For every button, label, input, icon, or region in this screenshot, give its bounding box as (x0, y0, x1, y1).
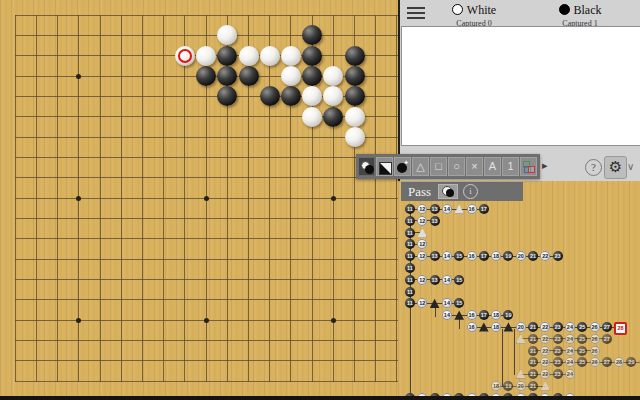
go-board[interactable] (0, 0, 398, 396)
white-stone[interactable] (260, 46, 280, 66)
tree-node[interactable]: 12 (417, 275, 427, 285)
tree-node[interactable]: 11 (405, 251, 415, 261)
mark-cross-tool-button[interactable]: × (466, 157, 483, 176)
tree-node[interactable]: 13 (430, 204, 440, 214)
tree-node[interactable]: 18 (491, 310, 501, 320)
tree-node[interactable]: 21 (528, 334, 538, 344)
tree-node[interactable]: 17 (479, 251, 489, 261)
label-number-tool-button[interactable]: 1 (502, 157, 519, 176)
tree-node[interactable]: 11 (405, 204, 415, 214)
tree-node[interactable]: 21 (528, 251, 538, 261)
tree-node[interactable]: 24 (565, 346, 575, 356)
tree-node[interactable]: 22 (540, 346, 550, 356)
tree-node[interactable]: 14 (442, 298, 452, 308)
tree-node[interactable]: 23 (553, 251, 563, 261)
tree-node[interactable]: 21 (528, 357, 538, 367)
tree-node[interactable]: 15 (454, 251, 464, 261)
pass-button[interactable]: Pass (401, 184, 438, 200)
tree-node[interactable]: 24 (565, 357, 575, 367)
white-stone[interactable] (281, 46, 301, 66)
grid-line (15, 157, 398, 158)
mark-circle-tool-button[interactable]: ○ (448, 157, 465, 176)
white-stone[interactable] (323, 66, 343, 86)
grid-line (100, 15, 101, 382)
star-point (204, 318, 209, 323)
tree-node[interactable]: 11 (405, 216, 415, 226)
tree-connector (514, 329, 515, 375)
white-player-name: White (467, 3, 496, 17)
split-square-icon (379, 162, 392, 175)
grid-line (15, 299, 398, 300)
tree-node[interactable]: 20 (516, 251, 526, 261)
variant-style-tool-button[interactable] (520, 157, 537, 176)
tree-node[interactable]: 16 (467, 251, 477, 261)
white-player-info: White Captured 0 (424, 3, 524, 28)
black-stone[interactable] (196, 66, 216, 86)
black-stone-icon (559, 4, 570, 15)
black-stone[interactable] (302, 66, 322, 86)
tree-node[interactable]: 23 (553, 369, 563, 379)
tree-node[interactable]: 18 (491, 381, 501, 391)
tree-node[interactable]: 17 (479, 310, 489, 320)
white-stone[interactable] (281, 66, 301, 86)
white-stone[interactable] (345, 107, 365, 127)
star-point (331, 318, 336, 323)
grid-line (15, 238, 398, 239)
star-point (204, 196, 209, 201)
play-stones-tool-button[interactable] (358, 157, 375, 176)
star-point (76, 318, 81, 323)
go-editor-app: White Captured 0 Black Captured 1 Pass i… (0, 0, 640, 400)
white-stone[interactable] (239, 46, 259, 66)
grid-line (15, 360, 398, 361)
tree-node[interactable]: 22 (540, 251, 550, 261)
tree-node[interactable]: 18 (491, 251, 501, 261)
tree-node[interactable]: 25 (577, 322, 587, 332)
tree-node[interactable]: 14 (442, 204, 452, 214)
tree-node[interactable]: 15 (454, 298, 464, 308)
tree-node[interactable]: 26 (590, 346, 600, 356)
grid-line (15, 340, 398, 341)
tree-node[interactable]: 19 (503, 381, 513, 391)
star-point (76, 196, 81, 201)
grid-line (57, 15, 58, 382)
tree-node[interactable]: 21 (528, 369, 538, 379)
tree-node[interactable]: 20 (516, 381, 526, 391)
label-letter-tool-button[interactable]: A (484, 157, 501, 176)
black-stone[interactable] (345, 46, 365, 66)
tree-node[interactable]: 19 (503, 310, 513, 320)
black-stone[interactable] (281, 86, 301, 106)
sparkle-icon: ✦ (403, 159, 409, 166)
tree-node[interactable]: 13 (430, 275, 440, 285)
tree-node[interactable]: 16 (467, 310, 477, 320)
tree-node[interactable]: 22 (540, 334, 550, 344)
tree-node[interactable]: 23 (553, 346, 563, 356)
tree-node[interactable]: 13 (430, 216, 440, 226)
tree-node[interactable]: 25 (577, 334, 587, 344)
black-stone[interactable] (217, 46, 237, 66)
tree-node[interactable]: 11 (405, 263, 415, 273)
grid-line (121, 15, 122, 382)
tree-node[interactable]: 24 (565, 334, 575, 344)
tree-node[interactable]: 26 (590, 357, 600, 367)
black-player-info: Black Captured 1 (530, 3, 630, 28)
tree-node[interactable]: 28 (614, 357, 624, 367)
gear-icon[interactable]: ⚙ (604, 156, 627, 179)
white-stone[interactable] (323, 86, 343, 106)
game-info-icon[interactable]: i (463, 184, 478, 199)
tree-node-current[interactable]: 28 (614, 322, 627, 335)
white-stone[interactable] (217, 25, 237, 45)
tree-node[interactable]: 16 (467, 322, 477, 332)
tree-node[interactable]: 14 (442, 310, 452, 320)
grid-line (163, 15, 164, 382)
grid-line (15, 177, 398, 178)
grid-line (15, 259, 398, 260)
pass-bar: Pass i (401, 182, 523, 201)
tree-node[interactable]: 11 (405, 228, 415, 238)
tree-node[interactable]: 21 (528, 346, 538, 356)
white-stone[interactable] (302, 86, 322, 106)
tree-node[interactable]: 24 (565, 322, 575, 332)
tree-node[interactable]: 11 (405, 275, 415, 285)
white-stone[interactable] (196, 46, 216, 66)
tree-node[interactable]: 27 (602, 357, 612, 367)
comment-box[interactable] (401, 26, 640, 146)
black-stone[interactable] (239, 66, 259, 86)
grid-line (15, 279, 398, 280)
white-stone[interactable] (345, 127, 365, 147)
tree-connector (502, 329, 503, 387)
grid-line (15, 218, 398, 219)
grid-line (269, 15, 270, 382)
tree-node[interactable]: 14 (442, 251, 452, 261)
tree-node[interactable]: 17 (479, 204, 489, 214)
star-point (331, 196, 336, 201)
tree-node[interactable]: 23 (553, 322, 563, 332)
tree-node[interactable]: 27 (602, 334, 612, 344)
tree-node[interactable]: 11 (405, 287, 415, 297)
palette-expand-arrow-icon[interactable]: ▸ (542, 159, 548, 172)
window-bottom-bar (0, 396, 640, 400)
tree-node[interactable]: 22 (540, 322, 550, 332)
mark-square-tool-button[interactable]: □ (430, 157, 447, 176)
black-stone[interactable] (217, 66, 237, 86)
tree-node[interactable]: 18 (491, 322, 501, 332)
chevron-down-icon[interactable]: ∨ (627, 161, 634, 172)
black-player-name: Black (574, 3, 602, 17)
tree-node[interactable]: 11 (405, 298, 415, 308)
tree-node[interactable]: 26 (590, 322, 600, 332)
black-stone[interactable] (345, 86, 365, 106)
menu-icon[interactable] (407, 7, 425, 20)
turn-indicator-button[interactable] (438, 184, 458, 199)
mark-triangle-tool-button[interactable]: △ (412, 157, 429, 176)
black-stone[interactable] (260, 86, 280, 106)
white-stone-icon (452, 4, 463, 15)
tree-node[interactable]: 23 (553, 334, 563, 344)
tree-node[interactable]: 14 (442, 275, 452, 285)
grid-line (15, 15, 398, 16)
tree-node[interactable]: 29 (626, 357, 636, 367)
tree-node[interactable]: 19 (503, 251, 513, 261)
tree-node[interactable]: 22 (540, 357, 550, 367)
tree-node[interactable]: 23 (553, 357, 563, 367)
black-stone[interactable] (217, 86, 237, 106)
grid-line (375, 15, 376, 382)
black-stone[interactable] (302, 46, 322, 66)
tree-node[interactable]: 12 (417, 251, 427, 261)
tree-node[interactable]: 24 (565, 369, 575, 379)
tree-node[interactable]: 27 (602, 322, 612, 332)
alternate-tool-button[interactable] (376, 157, 393, 176)
grid-line (184, 15, 185, 382)
tree-node[interactable]: 11 (405, 239, 415, 249)
tree-node[interactable]: 12 (417, 239, 427, 249)
black-stone[interactable] (323, 107, 343, 127)
grid-line (15, 381, 398, 382)
tree-node[interactable]: 12 (417, 298, 427, 308)
black-stone-icon (446, 189, 454, 197)
grid-line (142, 15, 143, 382)
game-tree[interactable]: 1112131416171112131111121112131415161718… (398, 181, 640, 396)
grid-line (15, 35, 398, 36)
black-stone[interactable] (345, 66, 365, 86)
star-point (76, 74, 81, 79)
grid-line (15, 137, 398, 138)
white-stone[interactable] (302, 107, 322, 127)
tree-node[interactable]: 12 (417, 216, 427, 226)
tree-node[interactable]: 26 (590, 334, 600, 344)
setup-stone-tool-button[interactable]: ✦ (394, 157, 411, 176)
tree-node[interactable]: 22 (540, 369, 550, 379)
grid-line (15, 15, 16, 382)
help-icon[interactable]: ? (585, 159, 602, 176)
black-stone[interactable] (302, 25, 322, 45)
red-square-icon (528, 166, 535, 173)
tree-node[interactable]: 25 (577, 357, 587, 367)
black-stone-icon (365, 165, 374, 174)
grid-line (36, 15, 37, 382)
tree-node[interactable]: 20 (516, 322, 526, 332)
last-move-marker (178, 49, 192, 63)
tree-node[interactable]: 21 (528, 322, 538, 332)
tree-node[interactable]: 25 (577, 346, 587, 356)
tree-node[interactable]: 15 (454, 275, 464, 285)
tool-palette: ✦△□○×A1 (356, 154, 540, 179)
tree-node[interactable]: 13 (430, 251, 440, 261)
tree-node[interactable]: 16 (467, 204, 477, 214)
tree-node[interactable]: 21 (528, 381, 538, 391)
tree-node[interactable]: 12 (417, 204, 427, 214)
